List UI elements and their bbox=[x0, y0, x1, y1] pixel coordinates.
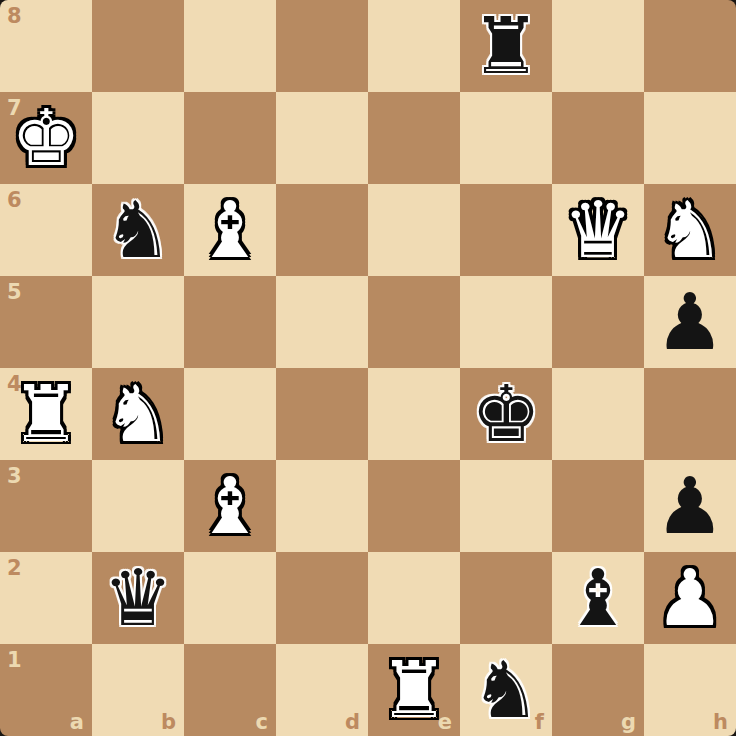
file-label-b: b bbox=[161, 712, 176, 733]
square-a3[interactable]: 3 bbox=[0, 460, 92, 552]
square-f5[interactable] bbox=[460, 276, 552, 368]
square-a1[interactable]: 1a bbox=[0, 644, 92, 736]
square-h2[interactable]: ♟ bbox=[644, 552, 736, 644]
square-e4[interactable] bbox=[368, 368, 460, 460]
rank-label-8: 8 bbox=[7, 6, 22, 27]
piece-white-knight[interactable]: ♞ bbox=[92, 368, 184, 460]
square-a8[interactable]: 8 bbox=[0, 0, 92, 92]
square-d7[interactable] bbox=[276, 92, 368, 184]
piece-black-pawn[interactable]: ♟ bbox=[644, 460, 736, 552]
square-f1[interactable]: f♞ bbox=[460, 644, 552, 736]
rank-label-1: 1 bbox=[7, 650, 22, 671]
square-a2[interactable]: 2 bbox=[0, 552, 92, 644]
square-h7[interactable] bbox=[644, 92, 736, 184]
square-b8[interactable] bbox=[92, 0, 184, 92]
file-label-c: c bbox=[256, 712, 268, 733]
piece-black-rook[interactable]: ♜ bbox=[460, 0, 552, 92]
square-h8[interactable] bbox=[644, 0, 736, 92]
file-label-g: g bbox=[621, 712, 636, 733]
rank-label-2: 2 bbox=[7, 558, 22, 579]
square-e5[interactable] bbox=[368, 276, 460, 368]
square-g2[interactable]: ♝ bbox=[552, 552, 644, 644]
piece-white-pawn[interactable]: ♟ bbox=[644, 552, 736, 644]
square-c8[interactable] bbox=[184, 0, 276, 92]
square-e3[interactable] bbox=[368, 460, 460, 552]
square-a4[interactable]: 4♜ bbox=[0, 368, 92, 460]
piece-white-rook[interactable]: ♜ bbox=[368, 644, 460, 736]
square-f8[interactable]: ♜ bbox=[460, 0, 552, 92]
square-b6[interactable]: ♞ bbox=[92, 184, 184, 276]
chess-board: 8♜7♚6♞♝♛♞5♟4♜♞♚3♝♟2♛♝♟1abcde♜f♞gh bbox=[0, 0, 736, 736]
square-f4[interactable]: ♚ bbox=[460, 368, 552, 460]
square-a5[interactable]: 5 bbox=[0, 276, 92, 368]
square-g3[interactable] bbox=[552, 460, 644, 552]
piece-white-king[interactable]: ♚ bbox=[0, 92, 92, 184]
square-c1[interactable]: c bbox=[184, 644, 276, 736]
square-d3[interactable] bbox=[276, 460, 368, 552]
square-h4[interactable] bbox=[644, 368, 736, 460]
square-g5[interactable] bbox=[552, 276, 644, 368]
square-h6[interactable]: ♞ bbox=[644, 184, 736, 276]
square-b3[interactable] bbox=[92, 460, 184, 552]
square-g4[interactable] bbox=[552, 368, 644, 460]
square-d8[interactable] bbox=[276, 0, 368, 92]
rank-label-3: 3 bbox=[7, 466, 22, 487]
square-d6[interactable] bbox=[276, 184, 368, 276]
file-label-h: h bbox=[713, 712, 728, 733]
square-e2[interactable] bbox=[368, 552, 460, 644]
square-e7[interactable] bbox=[368, 92, 460, 184]
piece-black-queen[interactable]: ♛ bbox=[92, 552, 184, 644]
square-h3[interactable]: ♟ bbox=[644, 460, 736, 552]
piece-black-knight[interactable]: ♞ bbox=[460, 644, 552, 736]
square-a6[interactable]: 6 bbox=[0, 184, 92, 276]
square-f7[interactable] bbox=[460, 92, 552, 184]
square-c2[interactable] bbox=[184, 552, 276, 644]
square-f2[interactable] bbox=[460, 552, 552, 644]
square-d2[interactable] bbox=[276, 552, 368, 644]
square-e1[interactable]: e♜ bbox=[368, 644, 460, 736]
square-g1[interactable]: g bbox=[552, 644, 644, 736]
piece-black-bishop[interactable]: ♝ bbox=[552, 552, 644, 644]
file-label-a: a bbox=[70, 712, 84, 733]
square-e6[interactable] bbox=[368, 184, 460, 276]
piece-black-pawn[interactable]: ♟ bbox=[644, 276, 736, 368]
piece-white-queen[interactable]: ♛ bbox=[552, 184, 644, 276]
rank-label-6: 6 bbox=[7, 190, 22, 211]
square-f3[interactable] bbox=[460, 460, 552, 552]
square-b2[interactable]: ♛ bbox=[92, 552, 184, 644]
rank-label-5: 5 bbox=[7, 282, 22, 303]
piece-white-knight[interactable]: ♞ bbox=[644, 184, 736, 276]
square-g6[interactable]: ♛ bbox=[552, 184, 644, 276]
square-b4[interactable]: ♞ bbox=[92, 368, 184, 460]
square-b1[interactable]: b bbox=[92, 644, 184, 736]
square-g8[interactable] bbox=[552, 0, 644, 92]
square-d5[interactable] bbox=[276, 276, 368, 368]
square-d4[interactable] bbox=[276, 368, 368, 460]
piece-white-bishop[interactable]: ♝ bbox=[184, 184, 276, 276]
piece-white-bishop[interactable]: ♝ bbox=[184, 460, 276, 552]
square-g7[interactable] bbox=[552, 92, 644, 184]
square-a7[interactable]: 7♚ bbox=[0, 92, 92, 184]
square-e8[interactable] bbox=[368, 0, 460, 92]
file-label-d: d bbox=[345, 712, 360, 733]
square-c6[interactable]: ♝ bbox=[184, 184, 276, 276]
square-h1[interactable]: h bbox=[644, 644, 736, 736]
square-b5[interactable] bbox=[92, 276, 184, 368]
square-c4[interactable] bbox=[184, 368, 276, 460]
square-h5[interactable]: ♟ bbox=[644, 276, 736, 368]
square-b7[interactable] bbox=[92, 92, 184, 184]
square-d1[interactable]: d bbox=[276, 644, 368, 736]
piece-black-king[interactable]: ♚ bbox=[460, 368, 552, 460]
piece-black-knight[interactable]: ♞ bbox=[92, 184, 184, 276]
square-f6[interactable] bbox=[460, 184, 552, 276]
square-c7[interactable] bbox=[184, 92, 276, 184]
piece-white-rook[interactable]: ♜ bbox=[0, 368, 92, 460]
square-c5[interactable] bbox=[184, 276, 276, 368]
square-c3[interactable]: ♝ bbox=[184, 460, 276, 552]
